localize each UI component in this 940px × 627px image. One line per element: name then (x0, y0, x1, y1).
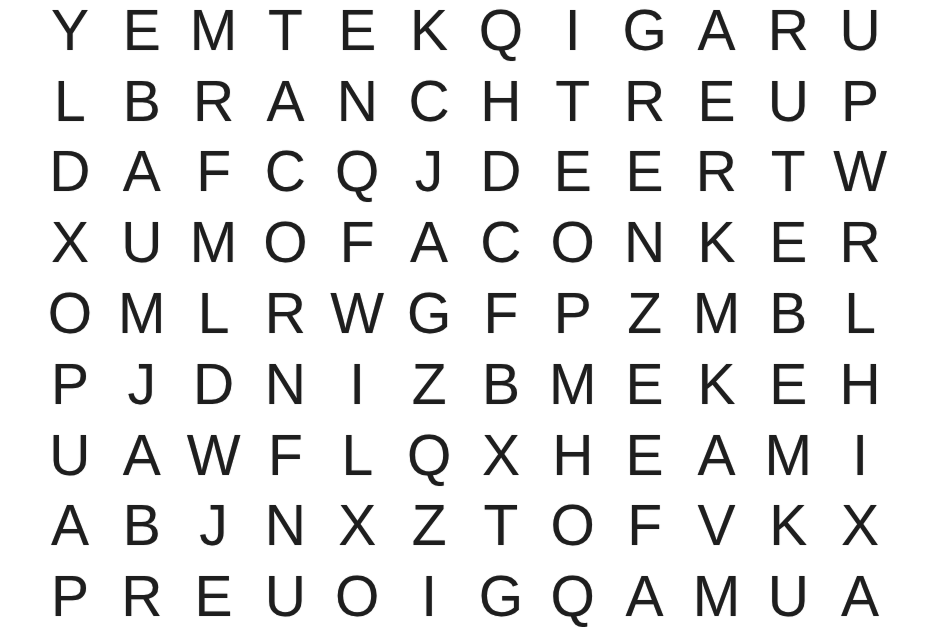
grid-cell[interactable]: L (321, 420, 393, 491)
grid-cell[interactable]: H (824, 349, 896, 420)
grid-cell[interactable]: M (752, 420, 824, 491)
grid-cell[interactable]: Q (393, 420, 465, 491)
grid-cell[interactable]: M (681, 561, 753, 627)
grid-cell[interactable]: O (321, 561, 393, 627)
grid-cell[interactable]: O (537, 490, 609, 561)
grid-cell[interactable]: E (752, 349, 824, 420)
grid-cell[interactable]: E (609, 420, 681, 491)
grid-cell[interactable]: T (752, 137, 824, 208)
grid-cell[interactable]: K (681, 207, 753, 278)
grid-cell[interactable]: T (537, 66, 609, 137)
grid-cell[interactable]: X (321, 490, 393, 561)
grid-cell[interactable]: A (250, 66, 322, 137)
grid-cell[interactable]: D (465, 137, 537, 208)
grid-cell[interactable]: H (537, 420, 609, 491)
grid-cell[interactable]: E (609, 137, 681, 208)
grid-cell[interactable]: R (178, 66, 250, 137)
grid-cell[interactable]: M (178, 207, 250, 278)
grid-cell[interactable]: R (106, 561, 178, 627)
grid-cell[interactable]: X (465, 420, 537, 491)
grid-cell[interactable]: Q (465, 0, 537, 66)
grid-cell[interactable]: E (106, 0, 178, 66)
grid-cell[interactable]: W (321, 278, 393, 349)
grid-cell[interactable]: E (752, 207, 824, 278)
grid-cell[interactable]: F (321, 207, 393, 278)
grid-cell[interactable]: G (465, 561, 537, 627)
grid-cell[interactable]: P (34, 561, 106, 627)
grid-cell[interactable]: A (681, 420, 753, 491)
word-search-puzzle: YEMTEKQIGARULBRANCHTREUPDAFCQJDEERTWXUMO… (0, 0, 940, 627)
grid-cell[interactable]: U (34, 420, 106, 491)
grid-cell[interactable]: A (106, 137, 178, 208)
grid-cell[interactable]: A (34, 490, 106, 561)
grid-cell[interactable]: P (824, 66, 896, 137)
grid-cell[interactable]: M (537, 349, 609, 420)
grid-cell[interactable]: F (178, 137, 250, 208)
grid-cell[interactable]: G (609, 0, 681, 66)
grid-cell[interactable]: U (752, 561, 824, 627)
grid-cell[interactable]: Y (34, 0, 106, 66)
grid-cell[interactable]: B (106, 66, 178, 137)
grid-cell[interactable]: N (609, 207, 681, 278)
grid-cell[interactable]: E (178, 561, 250, 627)
grid-cell[interactable]: M (106, 278, 178, 349)
grid-cell[interactable]: E (609, 349, 681, 420)
grid-cell[interactable]: D (178, 349, 250, 420)
grid-cell[interactable]: J (106, 349, 178, 420)
grid-cell[interactable]: E (537, 137, 609, 208)
grid-cell[interactable]: A (681, 0, 753, 66)
grid-cell[interactable]: U (824, 0, 896, 66)
grid-cell[interactable]: X (34, 207, 106, 278)
grid-cell[interactable]: X (824, 490, 896, 561)
grid-cell[interactable]: K (393, 0, 465, 66)
grid-cell[interactable]: L (34, 66, 106, 137)
grid-cell[interactable]: D (34, 137, 106, 208)
grid-cell[interactable]: R (752, 0, 824, 66)
grid-cell[interactable]: B (465, 349, 537, 420)
grid-cell[interactable]: P (537, 278, 609, 349)
grid-cell[interactable]: F (250, 420, 322, 491)
grid-cell[interactable]: Q (537, 561, 609, 627)
grid-cell[interactable]: E (681, 66, 753, 137)
grid-cell[interactable]: Z (393, 349, 465, 420)
grid-cell[interactable]: C (465, 207, 537, 278)
grid-cell[interactable]: Q (321, 137, 393, 208)
grid-cell[interactable]: A (393, 207, 465, 278)
grid-cell[interactable]: H (465, 66, 537, 137)
grid-cell[interactable]: I (537, 0, 609, 66)
grid-cell[interactable]: B (752, 278, 824, 349)
grid-cell[interactable]: K (752, 490, 824, 561)
grid-cell[interactable]: G (393, 278, 465, 349)
grid-cell[interactable]: M (178, 0, 250, 66)
grid-cell[interactable]: A (609, 561, 681, 627)
grid-cell[interactable]: T (465, 490, 537, 561)
grid-cell[interactable]: I (321, 349, 393, 420)
grid-cell[interactable]: W (178, 420, 250, 491)
grid-cell[interactable]: I (824, 420, 896, 491)
grid-cell[interactable]: R (824, 207, 896, 278)
grid-cell[interactable]: U (250, 561, 322, 627)
grid-cell[interactable]: I (393, 561, 465, 627)
grid-cell[interactable]: L (178, 278, 250, 349)
grid-cell[interactable]: C (250, 137, 322, 208)
grid-cell[interactable]: F (609, 490, 681, 561)
grid-cell[interactable]: N (250, 490, 322, 561)
grid-cell[interactable]: T (250, 0, 322, 66)
grid-cell[interactable]: U (752, 66, 824, 137)
grid-cell[interactable]: Z (393, 490, 465, 561)
grid-cell[interactable]: U (106, 207, 178, 278)
grid-cell[interactable]: J (178, 490, 250, 561)
grid-cell[interactable]: R (609, 66, 681, 137)
grid-cell[interactable]: E (321, 0, 393, 66)
word-search-grid: YEMTEKQIGARULBRANCHTREUPDAFCQJDEERTWXUMO… (34, 0, 896, 627)
grid-cell[interactable]: L (824, 278, 896, 349)
grid-cell[interactable]: A (824, 561, 896, 627)
grid-cell[interactable]: C (393, 66, 465, 137)
grid-cell[interactable]: P (34, 349, 106, 420)
grid-cell[interactable]: R (681, 137, 753, 208)
grid-cell[interactable]: O (537, 207, 609, 278)
grid-cell[interactable]: O (250, 207, 322, 278)
grid-cell[interactable]: M (681, 278, 753, 349)
grid-cell[interactable]: N (250, 349, 322, 420)
grid-cell[interactable]: F (465, 278, 537, 349)
grid-cell[interactable]: W (824, 137, 896, 208)
grid-cell[interactable]: B (106, 490, 178, 561)
grid-cell[interactable]: J (393, 137, 465, 208)
grid-cell[interactable]: A (106, 420, 178, 491)
grid-cell[interactable]: V (681, 490, 753, 561)
grid-cell[interactable]: Z (609, 278, 681, 349)
grid-cell[interactable]: R (250, 278, 322, 349)
grid-cell[interactable]: O (34, 278, 106, 349)
grid-cell[interactable]: K (681, 349, 753, 420)
grid-cell[interactable]: N (321, 66, 393, 137)
